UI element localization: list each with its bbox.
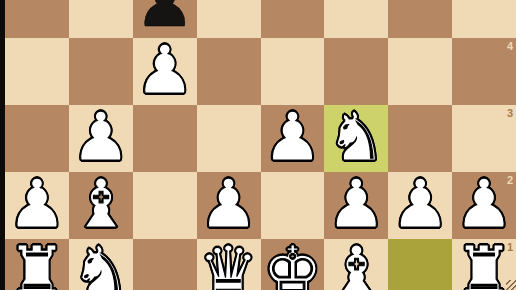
square-a3[interactable] [5,105,69,172]
square-c3[interactable] [133,105,197,172]
square-h2[interactable]: ♟2 [452,172,516,239]
square-c2[interactable] [133,172,197,239]
white-pawn[interactable]: ♟ [7,171,67,238]
square-e5[interactable] [261,0,325,38]
square-c4[interactable]: ♟ [133,38,197,105]
square-d2[interactable]: ♟ [197,172,261,239]
white-queen[interactable]: ♛ [199,238,259,290]
square-g4[interactable] [388,38,452,105]
square-a1[interactable]: ♜a [5,239,69,290]
white-pawn[interactable]: ♟ [262,104,322,171]
square-a4[interactable] [5,38,69,105]
white-pawn[interactable]: ♟ [454,171,514,238]
square-f3[interactable]: ♞ [324,105,388,172]
square-c1[interactable]: c [133,239,197,290]
square-b4[interactable] [69,38,133,105]
square-a5[interactable] [5,0,69,38]
square-e4[interactable] [261,38,325,105]
square-g5[interactable] [388,0,452,38]
square-h5[interactable] [452,0,516,38]
square-b2[interactable]: ♝ [69,172,133,239]
square-e2[interactable] [261,172,325,239]
white-pawn[interactable]: ♟ [199,171,259,238]
white-bishop[interactable]: ♝ [326,238,386,290]
board-resize-handle[interactable] [506,280,516,290]
square-f4[interactable] [324,38,388,105]
square-d3[interactable] [197,105,261,172]
white-knight[interactable]: ♞ [71,238,131,290]
square-g2[interactable]: ♟ [388,172,452,239]
rank-label-3: 3 [507,108,513,119]
square-e1[interactable]: ♚e [261,239,325,290]
square-h4[interactable]: 4 [452,38,516,105]
chess-board: ♟♟4♟♟♞3♟♝♟♟♟♟2♜a♞bc♛d♚e♝fg♜h1 [5,0,516,290]
square-f2[interactable]: ♟ [324,172,388,239]
square-f5[interactable] [324,0,388,38]
square-b5[interactable] [69,0,133,38]
square-g3[interactable] [388,105,452,172]
rank-label-4: 4 [507,41,513,52]
white-pawn[interactable]: ♟ [326,171,386,238]
square-e3[interactable]: ♟ [261,105,325,172]
square-f1[interactable]: ♝f [324,239,388,290]
white-pawn[interactable]: ♟ [390,171,450,238]
square-d4[interactable] [197,38,261,105]
square-g1[interactable]: g [388,239,452,290]
white-rook[interactable]: ♜ [7,238,67,290]
square-d1[interactable]: ♛d [197,239,261,290]
white-pawn[interactable]: ♟ [135,37,195,104]
square-b1[interactable]: ♞b [69,239,133,290]
square-b3[interactable]: ♟ [69,105,133,172]
square-h3[interactable]: 3 [452,105,516,172]
white-bishop[interactable]: ♝ [71,171,131,238]
square-d5[interactable] [197,0,261,38]
square-a2[interactable]: ♟ [5,172,69,239]
board-viewport: ♟♟4♟♟♞3♟♝♟♟♟♟2♜a♞bc♛d♚e♝fg♜h1 [0,0,516,290]
white-pawn[interactable]: ♟ [71,104,131,171]
white-king[interactable]: ♚ [262,238,322,290]
white-knight[interactable]: ♞ [326,104,386,171]
